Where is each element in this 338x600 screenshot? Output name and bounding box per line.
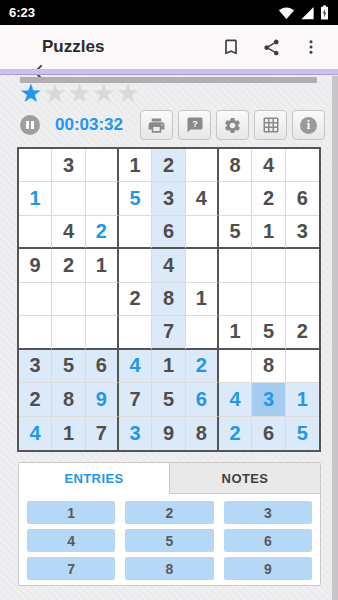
sudoku-cell-r5c7[interactable] — [219, 283, 252, 316]
vertical-scrollbar[interactable] — [332, 76, 338, 600]
numpad-button-4[interactable]: 4 — [27, 529, 115, 552]
status-bar: 6:23 — [0, 0, 338, 25]
pause-icon — [31, 121, 34, 129]
sudoku-cell-r4c2[interactable]: 2 — [52, 249, 85, 282]
battery-charging-icon — [320, 5, 329, 20]
sudoku-cell-r2c7[interactable] — [219, 182, 252, 215]
numpad-button-5[interactable]: 5 — [125, 529, 213, 552]
sudoku-cell-r6c2[interactable] — [52, 316, 85, 349]
sudoku-cell-r2c9[interactable]: 6 — [286, 182, 319, 215]
numpad-button-1[interactable]: 1 — [27, 501, 115, 524]
sudoku-cell-r2c2[interactable] — [52, 182, 85, 215]
sudoku-cell-r7c9[interactable] — [286, 350, 319, 383]
sudoku-cell-r4c9[interactable] — [286, 249, 319, 282]
settings-button[interactable] — [216, 110, 249, 140]
sudoku-cell-r1c7[interactable]: 8 — [219, 149, 252, 182]
sudoku-cell-r6c9[interactable]: 2 — [286, 316, 319, 349]
sudoku-cell-r3c6[interactable] — [186, 216, 219, 249]
pause-icon — [26, 121, 29, 129]
sudoku-cell-r1c5[interactable]: 2 — [152, 149, 185, 182]
sudoku-cell-r7c8[interactable]: 8 — [252, 350, 285, 383]
star-filled: ★ — [19, 78, 43, 108]
sudoku-cell-r4c7[interactable] — [219, 249, 252, 282]
hint-button[interactable]: ? — [178, 110, 211, 140]
star-empty: ★ — [92, 78, 116, 108]
input-panel: ENTRIES NOTES 123456789 — [18, 462, 321, 586]
sudoku-cell-r1c3[interactable] — [86, 149, 119, 182]
bookmark-icon — [221, 37, 241, 57]
sudoku-cell-r3c4[interactable] — [119, 216, 152, 249]
input-tabs: ENTRIES NOTES — [19, 463, 320, 494]
sudoku-cell-r5c2[interactable] — [52, 283, 85, 316]
sudoku-cell-r9c6[interactable]: 8 — [186, 417, 219, 450]
sudoku-cell-r2c5[interactable]: 3 — [152, 182, 185, 215]
sudoku-cell-r4c8[interactable] — [252, 249, 285, 282]
cell-signal-icon — [300, 6, 315, 20]
app-bar: Puzzles — [0, 25, 338, 69]
sudoku-cell-r9c7[interactable]: 2 — [219, 417, 252, 450]
sudoku-cell-r3c5[interactable]: 6 — [152, 216, 185, 249]
sudoku-cell-r9c8[interactable]: 6 — [252, 417, 285, 450]
share-button[interactable] — [258, 34, 284, 60]
overflow-menu-button[interactable] — [298, 34, 324, 60]
info-button[interactable]: i — [292, 110, 325, 140]
puzzle-grid-button[interactable] — [254, 110, 287, 140]
purple-divider — [0, 69, 338, 75]
sudoku-cell-r3c9[interactable]: 3 — [286, 216, 319, 249]
numpad: 123456789 — [19, 494, 320, 588]
sudoku-cell-r5c4[interactable]: 2 — [119, 283, 152, 316]
sudoku-cell-r5c8[interactable] — [252, 283, 285, 316]
page-title: Puzzles — [42, 37, 204, 57]
numpad-button-7[interactable]: 7 — [27, 557, 115, 580]
printer-icon — [147, 116, 166, 135]
sudoku-cell-r5c5[interactable]: 8 — [152, 283, 185, 316]
difficulty-stars: ★★★★★ — [19, 80, 141, 106]
timer: 00:03:32 — [48, 115, 130, 135]
sudoku-cell-r6c5[interactable]: 7 — [152, 316, 185, 349]
grid-icon — [262, 116, 280, 134]
sudoku-cell-r8c9[interactable]: 1 — [286, 383, 319, 416]
sudoku-cell-r3c7[interactable]: 5 — [219, 216, 252, 249]
numpad-button-2[interactable]: 2 — [125, 501, 213, 524]
share-icon — [262, 38, 281, 57]
numpad-button-8[interactable]: 8 — [125, 557, 213, 580]
sudoku-cell-r2c6[interactable]: 4 — [186, 182, 219, 215]
sudoku-cell-r4c1[interactable]: 9 — [19, 249, 52, 282]
sudoku-cell-r1c8[interactable]: 4 — [252, 149, 285, 182]
sudoku-cell-r1c6[interactable] — [186, 149, 219, 182]
sudoku-cell-r5c1[interactable] — [19, 283, 52, 316]
sudoku-cell-r8c7[interactable]: 4 — [219, 383, 252, 416]
sudoku-cell-r6c1[interactable] — [19, 316, 52, 349]
sudoku-cell-r7c2[interactable]: 5 — [52, 350, 85, 383]
info-icon: i — [300, 117, 317, 134]
sudoku-cell-r8c3[interactable]: 9 — [86, 383, 119, 416]
sudoku-cell-r3c8[interactable]: 1 — [252, 216, 285, 249]
sudoku-cell-r7c3[interactable]: 6 — [86, 350, 119, 383]
screen: 6:23 Puzzles — [0, 0, 338, 600]
sudoku-cell-r5c9[interactable] — [286, 283, 319, 316]
sudoku-cell-r8c8[interactable]: 3 — [252, 383, 285, 416]
sudoku-cell-r9c1[interactable]: 4 — [19, 417, 52, 450]
sudoku-cell-r5c6[interactable]: 1 — [186, 283, 219, 316]
sudoku-cell-r7c7[interactable] — [219, 350, 252, 383]
sudoku-board: 3128415342642651392142817152356412828975… — [17, 147, 321, 452]
star-empty: ★ — [116, 78, 140, 108]
game-toolbar: 00:03:32 ? i — [20, 109, 325, 141]
star-empty: ★ — [43, 78, 67, 108]
overflow-menu-icon — [302, 38, 320, 56]
sudoku-cell-r7c5[interactable]: 1 — [152, 350, 185, 383]
tab-entries[interactable]: ENTRIES — [19, 463, 169, 494]
sudoku-cell-r1c1[interactable] — [19, 149, 52, 182]
sudoku-cell-r6c4[interactable] — [119, 316, 152, 349]
print-button[interactable] — [140, 110, 173, 140]
pause-button[interactable] — [20, 115, 40, 135]
clock: 6:23 — [9, 5, 35, 20]
sudoku-cell-r1c9[interactable] — [286, 149, 319, 182]
numpad-button-9[interactable]: 9 — [224, 557, 312, 580]
sudoku-cell-r7c4[interactable]: 4 — [119, 350, 152, 383]
sudoku-cell-r3c2[interactable]: 4 — [52, 216, 85, 249]
sudoku-cell-r9c3[interactable]: 7 — [86, 417, 119, 450]
sudoku-cell-r5c3[interactable] — [86, 283, 119, 316]
sudoku-cell-r9c4[interactable]: 3 — [119, 417, 152, 450]
sudoku-cell-r8c2[interactable]: 8 — [52, 383, 85, 416]
sudoku-cell-r4c5[interactable]: 4 — [152, 249, 185, 282]
sudoku-cell-r2c1[interactable]: 1 — [19, 182, 52, 215]
sudoku-cell-r2c8[interactable]: 2 — [252, 182, 285, 215]
sudoku-cell-r9c5[interactable]: 9 — [152, 417, 185, 450]
numpad-button-6[interactable]: 6 — [224, 529, 312, 552]
sudoku-cell-r4c4[interactable] — [119, 249, 152, 282]
sudoku-cell-r9c2[interactable]: 1 — [52, 417, 85, 450]
gear-icon — [223, 116, 242, 135]
tab-notes[interactable]: NOTES — [169, 463, 320, 494]
sudoku-cell-r4c6[interactable] — [186, 249, 219, 282]
wifi-icon — [278, 6, 295, 20]
sudoku-cell-r6c3[interactable] — [86, 316, 119, 349]
hint-icon: ? — [186, 116, 204, 134]
sudoku-cell-r7c1[interactable]: 3 — [19, 350, 52, 383]
sudoku-cell-r8c5[interactable]: 5 — [152, 383, 185, 416]
sudoku-cell-r8c4[interactable]: 7 — [119, 383, 152, 416]
svg-text:?: ? — [192, 119, 198, 129]
sudoku-cell-r2c3[interactable] — [86, 182, 119, 215]
sudoku-cell-r3c1[interactable] — [19, 216, 52, 249]
sudoku-cell-r8c1[interactable]: 2 — [19, 383, 52, 416]
numpad-button-3[interactable]: 3 — [224, 501, 312, 524]
sudoku-cell-r9c9[interactable]: 5 — [286, 417, 319, 450]
sudoku-cell-r6c7[interactable]: 1 — [219, 316, 252, 349]
sudoku-cell-r7c6[interactable]: 2 — [186, 350, 219, 383]
sudoku-cell-r1c4[interactable]: 1 — [119, 149, 152, 182]
sudoku-cell-r3c3[interactable]: 2 — [86, 216, 119, 249]
sudoku-cell-r4c3[interactable]: 1 — [86, 249, 119, 282]
sudoku-cell-r8c6[interactable]: 6 — [186, 383, 219, 416]
sudoku-cell-r6c6[interactable] — [186, 316, 219, 349]
bookmark-button[interactable] — [218, 34, 244, 60]
star-empty: ★ — [68, 78, 92, 108]
sudoku-cell-r6c8[interactable]: 5 — [252, 316, 285, 349]
sudoku-cell-r1c2[interactable]: 3 — [52, 149, 85, 182]
sudoku-cell-r2c4[interactable]: 5 — [119, 182, 152, 215]
